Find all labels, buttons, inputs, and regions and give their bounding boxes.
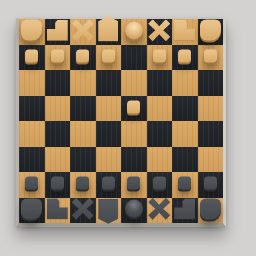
square-b2[interactable] [172,45,198,71]
square-g7[interactable] [45,172,71,198]
white-rook-a1[interactable] [200,20,221,41]
square-a5[interactable] [198,121,224,147]
white-pawn-f2[interactable] [76,49,89,62]
white-knight-g1[interactable] [47,20,68,41]
white-pawn-a2[interactable] [204,49,217,62]
black-pawn-g7[interactable] [51,177,64,190]
square-b3[interactable] [172,70,198,96]
square-d7[interactable] [121,172,147,198]
square-f4[interactable] [70,96,96,122]
black-queen-d8[interactable] [125,200,143,218]
square-c1[interactable] [147,19,173,45]
black-pawn-d7[interactable] [127,177,140,190]
square-d8[interactable] [121,198,147,224]
square-h8[interactable] [19,198,45,224]
square-e1[interactable] [96,19,122,45]
square-d1[interactable] [121,19,147,45]
black-rook-h8[interactable] [21,198,42,219]
square-c8[interactable] [147,198,173,224]
square-a8[interactable] [198,198,224,224]
square-f3[interactable] [70,70,96,96]
black-bishop-f8[interactable] [72,198,94,220]
square-b6[interactable] [172,147,198,173]
square-c2[interactable] [147,45,173,71]
square-d3[interactable] [121,70,147,96]
square-g6[interactable] [45,147,71,173]
black-pawn-a7[interactable] [204,177,217,190]
square-h3[interactable] [19,70,45,96]
square-h6[interactable] [19,147,45,173]
square-d2[interactable] [121,45,147,71]
square-c7[interactable] [147,172,173,198]
black-pawn-e7[interactable] [102,177,115,190]
white-pawn-b2[interactable] [178,49,191,62]
square-f6[interactable] [70,147,96,173]
square-f2[interactable] [70,45,96,71]
square-g5[interactable] [45,121,71,147]
square-a6[interactable] [198,147,224,173]
square-c5[interactable] [147,121,173,147]
square-h2[interactable] [19,45,45,71]
square-h5[interactable] [19,121,45,147]
square-b8[interactable] [172,198,198,224]
white-pawn-d4[interactable] [127,100,140,113]
black-pawn-f7[interactable] [76,177,89,190]
square-c6[interactable] [147,147,173,173]
square-h4[interactable] [19,96,45,122]
black-pawn-c7[interactable] [153,177,166,190]
chess-board [19,19,223,223]
white-pawn-h2[interactable] [25,49,38,62]
square-f1[interactable] [70,19,96,45]
white-king-e1[interactable] [98,16,118,41]
square-a7[interactable] [198,172,224,198]
white-knight-b1[interactable] [174,20,195,41]
square-g8[interactable] [45,198,71,224]
square-h7[interactable] [19,172,45,198]
square-f7[interactable] [70,172,96,198]
square-b1[interactable] [172,19,198,45]
square-h1[interactable] [19,19,45,45]
square-g3[interactable] [45,70,71,96]
white-bishop-c1[interactable] [148,19,170,41]
square-d5[interactable] [121,121,147,147]
square-e4[interactable] [96,96,122,122]
chess-board-frame [16,18,226,227]
square-e2[interactable] [96,45,122,71]
square-e6[interactable] [96,147,122,173]
white-queen-d1[interactable] [125,21,143,39]
white-bishop-f1[interactable] [72,19,94,41]
black-knight-g8[interactable] [47,198,68,219]
black-pawn-h7[interactable] [25,177,38,190]
white-pawn-c2[interactable] [153,49,166,62]
black-bishop-c8[interactable] [148,198,170,220]
black-rook-a8[interactable] [200,198,221,219]
white-rook-h1[interactable] [21,20,42,41]
square-a2[interactable] [198,45,224,71]
black-pawn-b7[interactable] [178,177,191,190]
square-g2[interactable] [45,45,71,71]
square-b5[interactable] [172,121,198,147]
square-e3[interactable] [96,70,122,96]
square-f8[interactable] [70,198,96,224]
black-knight-b8[interactable] [174,198,195,219]
square-e8[interactable] [96,198,122,224]
square-d6[interactable] [121,147,147,173]
square-a4[interactable] [198,96,224,122]
square-g1[interactable] [45,19,71,45]
square-b4[interactable] [172,96,198,122]
square-c3[interactable] [147,70,173,96]
square-c4[interactable] [147,96,173,122]
square-a3[interactable] [198,70,224,96]
square-f5[interactable] [70,121,96,147]
square-g4[interactable] [45,96,71,122]
square-e5[interactable] [96,121,122,147]
white-pawn-e2[interactable] [102,49,115,62]
square-b7[interactable] [172,172,198,198]
square-d4[interactable] [121,96,147,122]
black-king-e8[interactable] [98,199,118,224]
square-a1[interactable] [198,19,224,45]
white-pawn-g2[interactable] [51,49,64,62]
square-e7[interactable] [96,172,122,198]
